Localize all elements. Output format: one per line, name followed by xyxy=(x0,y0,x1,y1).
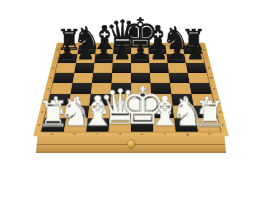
black-pawn: ♟ xyxy=(149,43,167,64)
file-label-h: h xyxy=(198,132,221,135)
square-a7: ♟ xyxy=(58,54,78,63)
black-pawn: ♟ xyxy=(94,43,112,64)
square-f7: ♟ xyxy=(149,54,168,63)
square-a6 xyxy=(55,63,76,73)
file-label-a: a xyxy=(41,132,64,135)
chessboard: ♜♞♝♛♚♝♞♜♟♟♟♟♟♟♟♟♟♟♟♟♟♟♟♟♜♞♝♛♚♝♞♜ xyxy=(41,45,220,131)
square-d7: ♟ xyxy=(113,54,131,63)
rank-label-5: 5 xyxy=(207,73,215,83)
box-front-panel xyxy=(36,136,226,153)
file-label-b: b xyxy=(63,132,86,135)
square-g6 xyxy=(168,63,188,73)
black-pawn: ♟ xyxy=(186,43,204,64)
square-b7: ♟ xyxy=(76,54,95,63)
square-g7: ♟ xyxy=(167,54,186,63)
file-label-d: d xyxy=(108,132,131,135)
black-pawn: ♟ xyxy=(76,43,94,64)
square-f6 xyxy=(149,63,168,73)
square-b5 xyxy=(73,73,94,83)
square-h5 xyxy=(188,73,209,83)
square-c7: ♟ xyxy=(94,54,113,63)
chess-board-frame: ♜♞♝♛♚♝♞♜♟♟♟♟♟♟♟♟♟♟♟♟♟♟♟♟♜♞♝♛♚♝♞♜ 8765432… xyxy=(33,43,229,137)
file-label-f: f xyxy=(153,132,176,135)
square-a5 xyxy=(53,73,74,83)
square-e6 xyxy=(131,63,150,73)
square-h1: ♜ xyxy=(196,118,221,132)
file-label-c: c xyxy=(86,132,109,135)
square-b6 xyxy=(74,63,94,73)
square-d6 xyxy=(112,63,131,73)
black-pawn: ♟ xyxy=(113,43,131,64)
white-rook: ♜ xyxy=(193,96,225,132)
product-photo-scene: ♜♞♝♛♚♝♞♜♟♟♟♟♟♟♟♟♟♟♟♟♟♟♟♟♜♞♝♛♚♝♞♜ 8765432… xyxy=(0,0,262,201)
file-label-e: e xyxy=(131,132,154,135)
black-pawn: ♟ xyxy=(168,43,186,64)
square-e7: ♟ xyxy=(131,54,149,63)
square-c6 xyxy=(93,63,112,73)
black-pawn: ♟ xyxy=(131,43,149,64)
file-label-g: g xyxy=(176,132,199,135)
black-pawn: ♟ xyxy=(58,43,76,64)
brass-clasp-icon xyxy=(128,140,135,148)
square-h7: ♟ xyxy=(184,54,204,63)
square-h6 xyxy=(186,63,207,73)
file-labels: abcdefgh xyxy=(41,132,222,135)
square-g5 xyxy=(169,73,190,83)
